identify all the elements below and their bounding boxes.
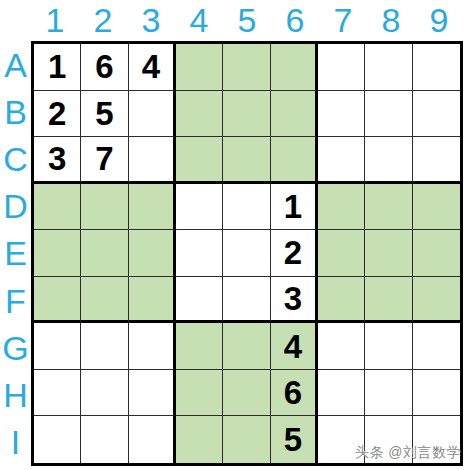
row-label-E: E [0, 230, 31, 277]
cell-E3[interactable] [129, 230, 176, 277]
cell-C7[interactable] [318, 137, 365, 184]
cell-F8[interactable] [365, 277, 412, 324]
cell-I5[interactable] [223, 416, 270, 463]
cell-B7[interactable] [318, 91, 365, 138]
cell-D2[interactable] [81, 184, 128, 231]
cell-A8[interactable] [365, 44, 412, 91]
cell-A2[interactable]: 6 [81, 44, 128, 91]
col-label-9: 9 [415, 0, 463, 41]
row-label-B: B [0, 88, 31, 135]
cell-B8[interactable] [365, 91, 412, 138]
cell-C6[interactable] [271, 137, 318, 184]
cell-E8[interactable] [365, 230, 412, 277]
cell-I6[interactable]: 5 [271, 416, 318, 463]
cell-D4[interactable] [176, 184, 223, 231]
cell-F4[interactable] [176, 277, 223, 324]
board-grid: 1642537123465 [31, 41, 463, 466]
cell-D3[interactable] [129, 184, 176, 231]
col-label-3: 3 [127, 0, 175, 41]
cell-G9[interactable] [413, 323, 460, 370]
cell-E9[interactable] [413, 230, 460, 277]
column-labels: 123456789 [31, 0, 463, 41]
cell-E1[interactable] [34, 230, 81, 277]
cell-C1[interactable]: 3 [34, 137, 81, 184]
cell-C5[interactable] [223, 137, 270, 184]
cell-G3[interactable] [129, 323, 176, 370]
cell-H5[interactable] [223, 370, 270, 417]
cell-F5[interactable] [223, 277, 270, 324]
cell-H6[interactable]: 6 [271, 370, 318, 417]
col-label-1: 1 [31, 0, 79, 41]
cell-D9[interactable] [413, 184, 460, 231]
cell-A3[interactable]: 4 [129, 44, 176, 91]
cell-E7[interactable] [318, 230, 365, 277]
row-label-F: F [0, 277, 31, 324]
cell-A7[interactable] [318, 44, 365, 91]
cell-I4[interactable] [176, 416, 223, 463]
cell-G8[interactable] [365, 323, 412, 370]
cell-A9[interactable] [413, 44, 460, 91]
cell-D6[interactable]: 1 [271, 184, 318, 231]
cell-D7[interactable] [318, 184, 365, 231]
cell-G4[interactable] [176, 323, 223, 370]
cell-F7[interactable] [318, 277, 365, 324]
cell-B4[interactable] [176, 91, 223, 138]
cell-F9[interactable] [413, 277, 460, 324]
cell-I2[interactable] [81, 416, 128, 463]
cell-F6[interactable]: 3 [271, 277, 318, 324]
cell-D8[interactable] [365, 184, 412, 231]
row-label-C: C [0, 135, 31, 182]
cell-C9[interactable] [413, 137, 460, 184]
cell-H9[interactable] [413, 370, 460, 417]
cell-H2[interactable] [81, 370, 128, 417]
col-label-4: 4 [175, 0, 223, 41]
col-label-8: 8 [367, 0, 415, 41]
cell-B6[interactable] [271, 91, 318, 138]
cell-B1[interactable]: 2 [34, 91, 81, 138]
cell-H7[interactable] [318, 370, 365, 417]
cell-G2[interactable] [81, 323, 128, 370]
col-label-2: 2 [79, 0, 127, 41]
cell-H4[interactable] [176, 370, 223, 417]
cell-E2[interactable] [81, 230, 128, 277]
cell-E5[interactable] [223, 230, 270, 277]
cell-A4[interactable] [176, 44, 223, 91]
cell-C4[interactable] [176, 137, 223, 184]
row-label-A: A [0, 41, 31, 88]
row-label-G: G [0, 324, 31, 371]
cell-C8[interactable] [365, 137, 412, 184]
cell-H8[interactable] [365, 370, 412, 417]
watermark: 头条 @刘言数学 [355, 444, 461, 462]
row-labels: ABCDEFGHI [0, 41, 31, 466]
cell-B9[interactable] [413, 91, 460, 138]
cell-I3[interactable] [129, 416, 176, 463]
cell-A5[interactable] [223, 44, 270, 91]
cell-B2[interactable]: 5 [81, 91, 128, 138]
cell-B5[interactable] [223, 91, 270, 138]
cell-G6[interactable]: 4 [271, 323, 318, 370]
cell-E6[interactable]: 2 [271, 230, 318, 277]
cell-I1[interactable] [34, 416, 81, 463]
cell-A6[interactable] [271, 44, 318, 91]
cell-H3[interactable] [129, 370, 176, 417]
cell-F2[interactable] [81, 277, 128, 324]
cell-G5[interactable] [223, 323, 270, 370]
cell-H1[interactable] [34, 370, 81, 417]
row-label-H: H [0, 372, 31, 419]
cell-E4[interactable] [176, 230, 223, 277]
cell-F3[interactable] [129, 277, 176, 324]
col-label-5: 5 [223, 0, 271, 41]
cell-G1[interactable] [34, 323, 81, 370]
cell-D1[interactable] [34, 184, 81, 231]
cell-B3[interactable] [129, 91, 176, 138]
cell-C2[interactable]: 7 [81, 137, 128, 184]
cell-F1[interactable] [34, 277, 81, 324]
col-label-6: 6 [271, 0, 319, 41]
row-label-I: I [0, 419, 31, 466]
cell-G7[interactable] [318, 323, 365, 370]
cell-C3[interactable] [129, 137, 176, 184]
col-label-7: 7 [319, 0, 367, 41]
row-label-D: D [0, 183, 31, 230]
cell-D5[interactable] [223, 184, 270, 231]
cell-A1[interactable]: 1 [34, 44, 81, 91]
